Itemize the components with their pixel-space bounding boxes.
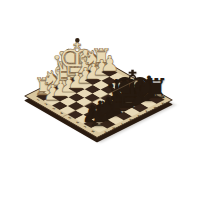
chess-board: ♜♞♝♛♚♝♞♜♟♟♟♟♟♟♟♟♟♟♟♟♟♟♟♟♜♞♝♛♚♝♞♜ abcdefg… (24, 58, 173, 138)
rank-label-7: 7 (83, 125, 88, 128)
rank-label-5: 5 (67, 116, 72, 119)
rank-label-8: 8 (90, 130, 95, 133)
file-label-h: h (160, 102, 165, 105)
file-label-f: f (144, 110, 148, 112)
file-label-b: b (111, 126, 116, 129)
file-label-a: a (103, 130, 108, 133)
rank-label-4: 4 (59, 112, 64, 115)
product-photo: ♜♞♝♛♚♝♞♜♟♟♟♟♟♟♟♟♟♟♟♟♟♟♟♟♜♞♝♛♚♝♞♜ abcdefg… (0, 0, 200, 200)
rank-label-1: 1 (35, 98, 40, 101)
rank-label-3: 3 (51, 107, 56, 110)
file-label-c: c (119, 122, 124, 125)
rank-label-2: 2 (43, 103, 48, 106)
rank-label-6: 6 (75, 121, 80, 124)
